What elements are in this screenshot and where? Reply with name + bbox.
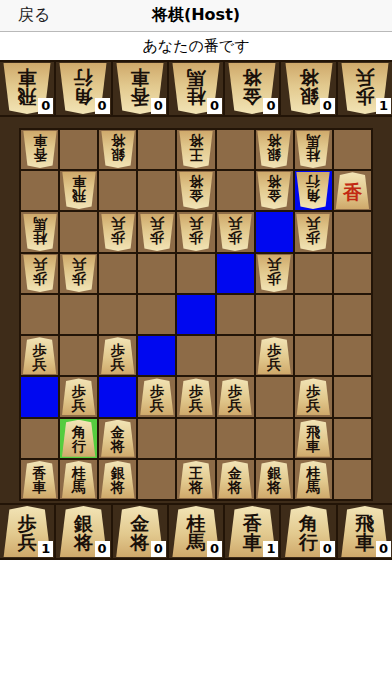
player-captured-slot-4[interactable]: 桂馬0 — [169, 505, 223, 558]
captured-count: 0 — [263, 98, 278, 114]
opponent-captured-tray: 飛車0角行0香車0桂馬0金将0銀将0歩兵1 — [0, 60, 392, 117]
shogi-piece: 香 — [335, 172, 369, 209]
board-square-r9c7[interactable]: 銀将 — [256, 460, 293, 499]
board-square-r5c1[interactable] — [21, 295, 58, 334]
board-square-r3c2[interactable] — [60, 212, 97, 251]
board-square-r5c8[interactable] — [295, 295, 332, 334]
shogi-piece: 銀将 — [101, 131, 135, 168]
captured-count: 0 — [151, 541, 166, 557]
board-square-r9c5[interactable]: 王将 — [177, 460, 214, 499]
board-square-r4c3[interactable] — [99, 254, 136, 293]
board-square-r7c8[interactable]: 歩兵 — [295, 377, 332, 416]
shogi-piece: 歩兵 — [101, 214, 135, 251]
opponent-captured-slot-2[interactable]: 角行0 — [56, 62, 110, 115]
shogi-piece: 香車 — [23, 461, 57, 498]
board-square-r3c5[interactable]: 歩兵 — [177, 212, 214, 251]
shogi-piece: 王将 — [179, 131, 213, 168]
captured-count: 1 — [263, 541, 278, 557]
opponent-captured-slot-3[interactable]: 香車0 — [113, 62, 167, 115]
shogi-piece: 角行 — [296, 172, 330, 209]
board-square-r1c7[interactable]: 銀将 — [256, 130, 293, 169]
shogi-piece: 角行 — [62, 420, 96, 457]
board-square-r9c8[interactable]: 桂馬 — [295, 460, 332, 499]
board-square-r2c1[interactable] — [21, 171, 58, 210]
board-square-r3c9[interactable] — [334, 212, 371, 251]
board-square-r9c2[interactable]: 桂馬 — [60, 460, 97, 499]
board-square-r6c2[interactable] — [60, 336, 97, 375]
shogi-piece: 歩兵 — [218, 378, 252, 415]
shogi-piece: 歩兵 — [101, 337, 135, 374]
captured-count: 0 — [95, 541, 110, 557]
board-square-r1c9[interactable] — [334, 130, 371, 169]
player-captured-slot-5[interactable]: 香車1 — [225, 505, 279, 558]
shogi-piece: 歩兵 — [296, 378, 330, 415]
board-square-r9c4[interactable] — [138, 460, 175, 499]
board-square-r7c1[interactable] — [21, 377, 58, 416]
shogi-piece: 金将 — [179, 172, 213, 209]
board-square-r1c4[interactable] — [138, 130, 175, 169]
board-square-r6c3[interactable]: 歩兵 — [99, 336, 136, 375]
player-captured-slot-3[interactable]: 金将0 — [113, 505, 167, 558]
board-square-r8c6[interactable] — [217, 419, 254, 458]
board-square-r8c8[interactable]: 飛車 — [295, 419, 332, 458]
shogi-piece: 歩兵 — [62, 378, 96, 415]
captured-count: 0 — [151, 98, 166, 114]
board-square-r8c7[interactable] — [256, 419, 293, 458]
board-square-r3c4[interactable]: 歩兵 — [138, 212, 175, 251]
captured-count: 1 — [376, 98, 391, 114]
board-square-r8c9[interactable] — [334, 419, 371, 458]
board-square-r4c2[interactable]: 歩兵 — [60, 254, 97, 293]
shogi-piece: 銀将 — [257, 131, 291, 168]
shogi-piece: 桂馬 — [62, 461, 96, 498]
board-square-r2c5[interactable]: 金将 — [177, 171, 214, 210]
captured-count: 0 — [95, 98, 110, 114]
shogi-piece: 歩兵 — [257, 337, 291, 374]
shogi-piece: 香車 — [23, 131, 57, 168]
player-captured-slot-1[interactable]: 歩兵1 — [0, 505, 54, 558]
board-square-r5c3[interactable] — [99, 295, 136, 334]
board-square-r6c7[interactable]: 歩兵 — [256, 336, 293, 375]
opponent-captured-slot-4[interactable]: 桂馬0 — [169, 62, 223, 115]
board-square-r4c4[interactable] — [138, 254, 175, 293]
board-square-r5c2[interactable] — [60, 295, 97, 334]
navigation-bar: 戻る 将棋(Host) — [0, 0, 392, 32]
board-square-r4c1[interactable]: 歩兵 — [21, 254, 58, 293]
board-square-r7c5[interactable]: 歩兵 — [177, 377, 214, 416]
captured-count: 0 — [376, 541, 391, 557]
board-square-r3c6[interactable]: 歩兵 — [217, 212, 254, 251]
board-frame: 香車銀将王将銀将桂馬飛車金将金将角行香桂馬歩兵歩兵歩兵歩兵歩兵歩兵歩兵歩兵歩兵歩… — [0, 117, 392, 503]
board-square-r2c8[interactable]: 角行 — [295, 171, 332, 210]
board-square-r2c4[interactable] — [138, 171, 175, 210]
board-square-r5c4[interactable] — [138, 295, 175, 334]
shogi-piece: 王将 — [179, 461, 213, 498]
shogi-piece: 歩兵 — [140, 214, 174, 251]
opponent-captured-slot-6[interactable]: 銀将0 — [281, 62, 335, 115]
board-square-r9c6[interactable]: 金将 — [217, 460, 254, 499]
board-square-r2c2[interactable]: 飛車 — [60, 171, 97, 210]
board-square-r2c7[interactable]: 金将 — [256, 171, 293, 210]
board-square-r3c7[interactable] — [256, 212, 293, 251]
board-square-r4c9[interactable] — [334, 254, 371, 293]
turn-status: あなたの番です — [0, 32, 392, 60]
board-square-r2c6[interactable] — [217, 171, 254, 210]
board-square-r8c1[interactable] — [21, 419, 58, 458]
shogi-piece: 歩兵 — [23, 337, 57, 374]
board-square-r4c7[interactable]: 歩兵 — [256, 254, 293, 293]
board-square-r8c3[interactable]: 金将 — [99, 419, 136, 458]
player-captured-slot-2[interactable]: 銀将0 — [56, 505, 110, 558]
board-square-r7c4[interactable]: 歩兵 — [138, 377, 175, 416]
board-square-r8c5[interactable] — [177, 419, 214, 458]
board-square-r9c3[interactable]: 銀将 — [99, 460, 136, 499]
shogi-piece: 歩兵 — [257, 255, 291, 292]
player-captured-tray: 歩兵1銀将0金将0桂馬0香車1角行0飛車0 — [0, 503, 392, 560]
board-square-r2c9[interactable]: 香 — [334, 171, 371, 210]
shogi-piece: 銀将 — [257, 461, 291, 498]
board-square-r7c6[interactable]: 歩兵 — [217, 377, 254, 416]
board-square-r1c2[interactable] — [60, 130, 97, 169]
shogi-piece: 桂馬 — [296, 131, 330, 168]
captured-count: 0 — [207, 541, 222, 557]
shogi-piece: 歩兵 — [62, 255, 96, 292]
board-square-r5c5[interactable] — [177, 295, 214, 334]
captured-count: 0 — [38, 98, 53, 114]
bottom-spacer — [0, 560, 392, 696]
board-square-r9c1[interactable]: 香車 — [21, 460, 58, 499]
captured-count: 0 — [320, 98, 335, 114]
shogi-piece: 歩兵 — [218, 214, 252, 251]
board-square-r6c9[interactable] — [334, 336, 371, 375]
board-square-r7c7[interactable] — [256, 377, 293, 416]
board-square-r6c8[interactable] — [295, 336, 332, 375]
captured-count: 0 — [207, 98, 222, 114]
shogi-piece: 飛車 — [62, 172, 96, 209]
shogi-piece: 桂馬 — [23, 214, 57, 251]
shogi-piece: 歩兵 — [179, 214, 213, 251]
board-square-r1c6[interactable] — [217, 130, 254, 169]
board-square-r5c9[interactable] — [334, 295, 371, 334]
board-square-r2c3[interactable] — [99, 171, 136, 210]
opponent-captured-slot-5[interactable]: 金将0 — [225, 62, 279, 115]
shogi-board: 香車銀将王将銀将桂馬飛車金将金将角行香桂馬歩兵歩兵歩兵歩兵歩兵歩兵歩兵歩兵歩兵歩… — [19, 128, 373, 501]
shogi-piece: 歩兵 — [179, 378, 213, 415]
captured-count: 0 — [320, 541, 335, 557]
board-square-r3c1[interactable]: 桂馬 — [21, 212, 58, 251]
board-square-r5c7[interactable] — [256, 295, 293, 334]
shogi-piece: 歩兵 — [140, 378, 174, 415]
opponent-captured-slot-7[interactable]: 歩兵1 — [338, 62, 392, 115]
board-square-r6c1[interactable]: 歩兵 — [21, 336, 58, 375]
page-title: 将棋(Host) — [0, 5, 392, 26]
shogi-piece: 銀将 — [101, 461, 135, 498]
board-square-r1c8[interactable]: 桂馬 — [295, 130, 332, 169]
shogi-piece: 金将 — [218, 461, 252, 498]
board-square-r4c5[interactable] — [177, 254, 214, 293]
board-square-r5c6[interactable] — [217, 295, 254, 334]
board-square-r3c8[interactable]: 歩兵 — [295, 212, 332, 251]
board-square-r6c4[interactable] — [138, 336, 175, 375]
shogi-piece: 桂馬 — [296, 461, 330, 498]
board-square-r7c2[interactable]: 歩兵 — [60, 377, 97, 416]
board-square-r7c3[interactable] — [99, 377, 136, 416]
shogi-piece: 歩兵 — [296, 214, 330, 251]
board-square-r4c8[interactable] — [295, 254, 332, 293]
board-square-r1c1[interactable]: 香車 — [21, 130, 58, 169]
board-square-r1c5[interactable]: 王将 — [177, 130, 214, 169]
shogi-piece: 歩兵 — [23, 255, 57, 292]
player-captured-slot-7[interactable]: 飛車0 — [338, 505, 392, 558]
shogi-piece: 金将 — [257, 172, 291, 209]
shogi-piece: 金将 — [101, 420, 135, 457]
shogi-app: 戻る 将棋(Host) あなたの番です 飛車0角行0香車0桂馬0金将0銀将0歩兵… — [0, 0, 392, 696]
player-captured-slot-6[interactable]: 角行0 — [281, 505, 335, 558]
board-square-r3c3[interactable]: 歩兵 — [99, 212, 136, 251]
shogi-piece: 飛車 — [296, 420, 330, 457]
board-square-r7c9[interactable] — [334, 377, 371, 416]
opponent-captured-slot-1[interactable]: 飛車0 — [0, 62, 54, 115]
board-square-r9c9[interactable] — [334, 460, 371, 499]
board-square-r1c3[interactable]: 銀将 — [99, 130, 136, 169]
back-button[interactable]: 戻る — [18, 5, 50, 26]
board-square-r8c2[interactable]: 角行 — [60, 419, 97, 458]
board-square-r4c6[interactable] — [217, 254, 254, 293]
captured-count: 1 — [38, 541, 53, 557]
board-square-r6c5[interactable] — [177, 336, 214, 375]
board-square-r8c4[interactable] — [138, 419, 175, 458]
board-square-r6c6[interactable] — [217, 336, 254, 375]
